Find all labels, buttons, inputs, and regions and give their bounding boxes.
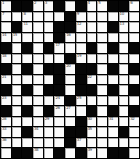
block-cell	[65, 127, 75, 137]
grid-cell[interactable]	[12, 64, 22, 74]
block-cell	[22, 106, 32, 116]
grid-cell[interactable]	[12, 106, 22, 116]
block-cell	[76, 85, 86, 95]
block-cell	[65, 138, 75, 148]
clue-number: 19	[77, 54, 81, 58]
block-cell	[129, 43, 139, 53]
grid-cell[interactable]	[33, 117, 43, 127]
block-cell	[87, 106, 97, 116]
grid-cell[interactable]	[119, 54, 129, 64]
clue-number: 34	[34, 127, 38, 131]
block-cell	[54, 64, 64, 74]
clue-number: 4	[88, 1, 90, 5]
grid-cell[interactable]	[119, 33, 129, 43]
grid-cell[interactable]	[54, 127, 64, 137]
grid-cell[interactable]: 4	[87, 1, 97, 11]
grid-cell[interactable]	[33, 75, 43, 85]
grid-cell[interactable]	[44, 22, 54, 32]
grid-cell[interactable]	[108, 96, 118, 106]
block-cell	[76, 148, 86, 158]
grid-cell[interactable]	[97, 138, 107, 148]
clue-number: 31	[109, 117, 113, 121]
clue-number: 27	[66, 106, 70, 110]
grid-cell[interactable]	[33, 33, 43, 43]
grid-cell[interactable]	[97, 43, 107, 53]
block-cell	[22, 127, 32, 137]
grid-cell[interactable]: 20	[65, 64, 75, 74]
block-cell	[108, 64, 118, 74]
clue-number: 22	[88, 75, 92, 79]
clue-number: 6	[130, 1, 132, 5]
grid-cell[interactable]	[129, 127, 139, 137]
grid-cell[interactable]: 19	[76, 54, 86, 64]
grid-cell[interactable]	[22, 54, 32, 64]
grid-cell[interactable]	[22, 75, 32, 85]
grid-cell[interactable]: 23	[1, 96, 11, 106]
grid-cell[interactable]	[87, 96, 97, 106]
grid-cell[interactable]: 9	[76, 12, 86, 22]
clue-number: 21	[2, 75, 6, 79]
grid-cell[interactable]	[44, 148, 54, 158]
grid-cell[interactable]	[108, 127, 118, 137]
grid-cell[interactable]: 30	[87, 117, 97, 127]
grid-cell[interactable]	[33, 85, 43, 95]
block-cell	[76, 1, 86, 11]
grid-cell[interactable]	[129, 22, 139, 32]
grid-cell[interactable]: 14	[1, 33, 11, 43]
grid-cell[interactable]	[119, 85, 129, 95]
clue-number: 8	[23, 12, 25, 16]
grid-cell[interactable]	[12, 138, 22, 148]
grid-cell[interactable]	[97, 96, 107, 106]
clue-number: 29	[45, 117, 49, 121]
grid-cell[interactable]	[44, 54, 54, 64]
grid-cell[interactable]	[97, 33, 107, 43]
grid-cell[interactable]: 12	[76, 22, 86, 32]
clue-number: 35	[88, 127, 92, 131]
grid-cell[interactable]	[129, 96, 139, 106]
crossword-grid: 1234567891011121314151617181920212223242…	[0, 0, 140, 159]
grid-cell[interactable]	[54, 54, 64, 64]
grid-cell[interactable]	[54, 117, 64, 127]
block-cell	[129, 106, 139, 116]
clue-number: 16	[66, 33, 70, 37]
grid-cell[interactable]	[54, 12, 64, 22]
clue-number: 30	[88, 117, 92, 121]
grid-cell[interactable]	[22, 117, 32, 127]
grid-cell[interactable]	[12, 75, 22, 85]
block-cell	[1, 43, 11, 53]
grid-cell[interactable]	[108, 138, 118, 148]
grid-cell[interactable]: 7	[1, 12, 11, 22]
grid-cell[interactable]	[97, 75, 107, 85]
grid-cell[interactable]: 18	[1, 54, 11, 64]
block-cell	[44, 43, 54, 53]
block-cell	[65, 54, 75, 64]
grid-cell[interactable]	[12, 127, 22, 137]
grid-cell[interactable]	[87, 138, 97, 148]
grid-cell[interactable]	[33, 96, 43, 106]
grid-cell[interactable]: 35	[87, 127, 97, 137]
block-cell	[87, 85, 97, 95]
clue-number: 38	[34, 148, 38, 152]
block-cell	[54, 148, 64, 158]
grid-cell[interactable]	[22, 33, 32, 43]
grid-cell[interactable]: 28	[1, 117, 11, 127]
grid-cell[interactable]	[12, 96, 22, 106]
grid-cell[interactable]: 39	[87, 148, 97, 158]
grid-cell[interactable]	[129, 54, 139, 64]
clue-number: 5	[98, 1, 100, 5]
clue-number: 32	[130, 117, 134, 121]
block-cell	[1, 85, 11, 95]
grid-cell[interactable]	[33, 54, 43, 64]
block-cell	[108, 148, 118, 158]
grid-cell[interactable]: 34	[33, 127, 43, 137]
grid-cell[interactable]	[65, 85, 75, 95]
grid-cell[interactable]	[119, 117, 129, 127]
grid-cell[interactable]: 24	[54, 96, 64, 106]
grid-cell[interactable]	[65, 117, 75, 127]
clue-number: 25	[77, 96, 81, 100]
block-cell	[119, 127, 129, 137]
grid-cell[interactable]	[129, 12, 139, 22]
grid-cell[interactable]	[33, 12, 43, 22]
block-cell	[129, 85, 139, 95]
grid-cell[interactable]	[1, 148, 11, 158]
grid-cell[interactable]: 31	[108, 117, 118, 127]
block-cell	[22, 1, 32, 11]
block-cell	[76, 117, 86, 127]
clue-number: 12	[77, 22, 81, 26]
grid-cell[interactable]: 25	[76, 96, 86, 106]
block-cell	[12, 1, 22, 11]
grid-cell[interactable]	[108, 54, 118, 64]
grid-cell[interactable]	[54, 138, 64, 148]
clue-number: 39	[88, 148, 92, 152]
grid-cell[interactable]: 38	[33, 148, 43, 158]
block-cell	[129, 64, 139, 74]
grid-cell[interactable]	[108, 75, 118, 85]
grid-cell[interactable]: 8	[22, 12, 32, 22]
grid-cell[interactable]	[108, 33, 118, 43]
grid-cell[interactable]	[22, 138, 32, 148]
grid-cell[interactable]: 27	[65, 106, 75, 116]
grid-cell[interactable]	[65, 148, 75, 158]
grid-cell[interactable]	[97, 54, 107, 64]
grid-cell[interactable]	[129, 138, 139, 148]
grid-cell[interactable]	[12, 12, 22, 22]
clue-number: 14	[2, 33, 6, 37]
grid-cell[interactable]	[76, 43, 86, 53]
grid-cell[interactable]	[76, 106, 86, 116]
block-cell	[54, 33, 64, 43]
clue-number: 11	[23, 22, 27, 26]
block-cell	[119, 1, 129, 11]
clue-number: 37	[77, 138, 81, 142]
block-cell	[54, 1, 64, 11]
block-cell	[54, 75, 64, 85]
clue-number: 10	[120, 12, 124, 16]
grid-cell[interactable]: 16	[65, 33, 75, 43]
grid-cell[interactable]	[97, 12, 107, 22]
grid-cell[interactable]	[97, 64, 107, 74]
grid-cell[interactable]	[12, 54, 22, 64]
grid-cell[interactable]: 36	[1, 138, 11, 148]
grid-cell[interactable]	[119, 138, 129, 148]
grid-cell[interactable]: 3	[44, 1, 54, 11]
grid-cell[interactable]	[44, 75, 54, 85]
block-cell	[22, 43, 32, 53]
block-cell	[54, 85, 64, 95]
clue-number: 2	[34, 1, 36, 5]
grid-cell[interactable]: 33	[1, 127, 11, 137]
clue-number: 18	[2, 54, 6, 58]
grid-cell[interactable]	[65, 1, 75, 11]
grid-cell[interactable]	[12, 43, 22, 53]
block-cell	[119, 148, 129, 158]
grid-cell[interactable]	[97, 106, 107, 116]
clue-number: 13	[120, 22, 124, 26]
grid-cell[interactable]: 29	[44, 117, 54, 127]
grid-cell[interactable]	[12, 85, 22, 95]
block-cell	[76, 75, 86, 85]
clue-number: 3	[45, 1, 47, 5]
grid-cell[interactable]	[97, 117, 107, 127]
grid-cell[interactable]	[33, 64, 43, 74]
clue-number: 15	[13, 33, 17, 37]
clue-number: 1	[2, 1, 4, 5]
grid-cell[interactable]	[87, 33, 97, 43]
block-cell	[12, 148, 22, 158]
grid-cell[interactable]	[12, 117, 22, 127]
block-cell	[1, 64, 11, 74]
grid-cell[interactable]	[44, 138, 54, 148]
block-cell	[22, 85, 32, 95]
block-cell	[44, 64, 54, 74]
clue-number: 23	[2, 96, 6, 100]
clue-number: 28	[2, 117, 6, 121]
clue-number: 33	[2, 127, 6, 131]
grid-cell[interactable]	[97, 148, 107, 158]
grid-cell[interactable]	[1, 22, 11, 32]
grid-cell[interactable]: 17	[54, 43, 64, 53]
block-cell	[54, 22, 64, 32]
grid-cell[interactable]	[129, 33, 139, 43]
grid-cell[interactable]	[129, 75, 139, 85]
block-cell	[44, 106, 54, 116]
grid-cell[interactable]	[87, 12, 97, 22]
block-cell	[87, 43, 97, 53]
grid-cell[interactable]	[97, 85, 107, 95]
grid-cell[interactable]	[44, 127, 54, 137]
block-cell	[65, 22, 75, 32]
grid-cell[interactable]: 26	[54, 106, 64, 116]
block-cell	[108, 22, 118, 32]
clue-number: 26	[55, 106, 59, 110]
clue-number: 7	[2, 12, 4, 16]
grid-cell[interactable]: 11	[22, 22, 32, 32]
block-cell	[65, 96, 75, 106]
clue-number: 17	[55, 43, 59, 47]
grid-cell[interactable]	[44, 12, 54, 22]
grid-cell[interactable]: 37	[76, 138, 86, 148]
block-cell	[22, 64, 32, 74]
grid-cell[interactable]	[119, 96, 129, 106]
grid-cell[interactable]: 21	[1, 75, 11, 85]
grid-cell[interactable]	[33, 22, 43, 32]
clue-number: 36	[2, 138, 6, 142]
grid-cell[interactable]	[22, 96, 32, 106]
grid-cell[interactable]: 10	[119, 12, 129, 22]
grid-cell[interactable]	[119, 106, 129, 116]
clue-number: 20	[66, 64, 70, 68]
grid-cell[interactable]	[119, 43, 129, 53]
grid-cell[interactable]	[108, 12, 118, 22]
grid-cell[interactable]	[97, 127, 107, 137]
block-cell	[108, 106, 118, 116]
clue-number: 24	[55, 96, 59, 100]
grid-cell[interactable]	[87, 54, 97, 64]
grid-cell[interactable]	[33, 43, 43, 53]
grid-cell[interactable]	[44, 33, 54, 43]
grid-cell[interactable]	[65, 75, 75, 85]
grid-cell[interactable]: 15	[12, 33, 22, 43]
grid-cell[interactable]	[76, 33, 86, 43]
block-cell	[108, 1, 118, 11]
grid-cell[interactable]: 13	[119, 22, 129, 32]
grid-cell[interactable]	[33, 106, 43, 116]
block-cell	[12, 22, 22, 32]
grid-cell[interactable]	[97, 22, 107, 32]
grid-cell[interactable]	[87, 22, 97, 32]
grid-cell[interactable]	[44, 96, 54, 106]
grid-cell[interactable]	[129, 148, 139, 158]
grid-cell[interactable]: 22	[87, 75, 97, 85]
grid-cell[interactable]	[33, 138, 43, 148]
grid-cell[interactable]: 2	[33, 1, 43, 11]
block-cell	[44, 85, 54, 95]
block-cell	[87, 64, 97, 74]
grid-cell[interactable]: 6	[129, 1, 139, 11]
clue-number: 9	[77, 12, 79, 16]
block-cell	[1, 106, 11, 116]
grid-cell[interactable]: 1	[1, 1, 11, 11]
grid-cell[interactable]	[119, 75, 129, 85]
block-cell	[76, 127, 86, 137]
grid-cell[interactable]: 5	[97, 1, 107, 11]
block-cell	[108, 85, 118, 95]
block-cell	[65, 12, 75, 22]
grid-cell[interactable]	[65, 43, 75, 53]
block-cell	[108, 43, 118, 53]
block-cell	[22, 148, 32, 158]
grid-cell[interactable]: 32	[129, 117, 139, 127]
block-cell	[76, 64, 86, 74]
grid-cell[interactable]	[119, 64, 129, 74]
